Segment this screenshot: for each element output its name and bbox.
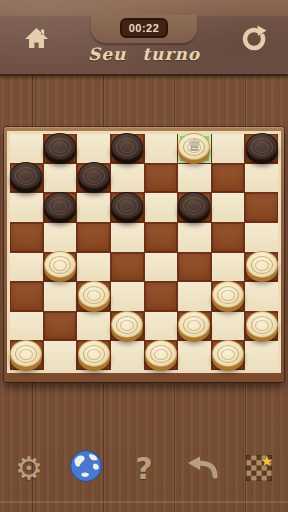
- square-r3c6[interactable]: [178, 193, 211, 222]
- square-r6c5[interactable]: [145, 282, 178, 311]
- square-r6c4: [111, 282, 144, 311]
- square-r6c7[interactable]: [212, 282, 245, 311]
- square-r5c7: [212, 253, 245, 282]
- light-piece[interactable]: [178, 311, 210, 338]
- floor-highlight-line: [0, 501, 288, 503]
- square-r4c3[interactable]: [77, 223, 110, 252]
- square-r6c3[interactable]: [77, 282, 110, 311]
- square-r4c5[interactable]: [145, 223, 178, 252]
- square-r4c2: [44, 223, 77, 252]
- square-r2c5[interactable]: [145, 164, 178, 193]
- undo-button[interactable]: [180, 446, 224, 490]
- square-r7c7: [212, 312, 245, 341]
- square-r8c8: [245, 341, 278, 370]
- dark-piece[interactable]: [178, 192, 210, 219]
- square-r1c7: [212, 134, 245, 163]
- checkerboard-star-icon: ★: [246, 455, 272, 481]
- square-r5c1: [10, 253, 43, 282]
- status-text: Seu turno: [0, 44, 288, 64]
- dark-piece[interactable]: [246, 133, 278, 160]
- question-icon: ?: [135, 451, 152, 486]
- square-r4c6: [178, 223, 211, 252]
- king-crown-icon: ♕: [179, 134, 209, 159]
- light-piece[interactable]: [111, 311, 143, 338]
- square-r3c8[interactable]: [245, 193, 278, 222]
- square-r1c2[interactable]: [44, 134, 77, 163]
- dark-piece[interactable]: [44, 133, 76, 160]
- light-piece[interactable]: [246, 311, 278, 338]
- settings-button[interactable]: ⚙: [7, 446, 51, 490]
- checkers-board: ♕: [4, 127, 284, 382]
- dark-piece[interactable]: [111, 133, 143, 160]
- light-piece[interactable]: [78, 281, 110, 308]
- timer-tab: 00:22: [91, 15, 197, 43]
- light-piece[interactable]: [10, 340, 42, 367]
- square-r5c2[interactable]: [44, 253, 77, 282]
- timer: 00:22: [120, 18, 168, 38]
- square-r8c2: [44, 341, 77, 370]
- square-r4c1[interactable]: [10, 223, 43, 252]
- light-piece[interactable]: [212, 340, 244, 367]
- square-r6c6: [178, 282, 211, 311]
- square-r4c7[interactable]: [212, 223, 245, 252]
- dark-piece[interactable]: [78, 162, 110, 189]
- square-r1c1: [10, 134, 43, 163]
- square-r2c1[interactable]: [10, 164, 43, 193]
- square-r5c8[interactable]: [245, 253, 278, 282]
- bottom-toolbar: ⚙ ?: [0, 444, 288, 492]
- square-r3c5: [145, 193, 178, 222]
- square-r2c3[interactable]: [77, 164, 110, 193]
- square-r2c4: [111, 164, 144, 193]
- square-r1c8[interactable]: [245, 134, 278, 163]
- square-r6c2: [44, 282, 77, 311]
- language-button[interactable]: [64, 446, 108, 490]
- square-r3c4[interactable]: [111, 193, 144, 222]
- square-r8c3[interactable]: [77, 341, 110, 370]
- square-r5c4[interactable]: [111, 253, 144, 282]
- square-r1c4[interactable]: [111, 134, 144, 163]
- light-piece[interactable]: [246, 251, 278, 278]
- square-r7c5: [145, 312, 178, 341]
- new-game-button[interactable]: ★: [237, 446, 281, 490]
- square-r7c1: [10, 312, 43, 341]
- square-r6c1[interactable]: [10, 282, 43, 311]
- square-r1c5: [145, 134, 178, 163]
- square-r4c4: [111, 223, 144, 252]
- square-r7c4[interactable]: [111, 312, 144, 341]
- square-r5c5: [145, 253, 178, 282]
- square-r8c7[interactable]: [212, 341, 245, 370]
- square-r2c7[interactable]: [212, 164, 245, 193]
- gear-icon: ⚙: [15, 450, 43, 486]
- square-r7c6[interactable]: [178, 312, 211, 341]
- square-r2c8: [245, 164, 278, 193]
- square-r3c1: [10, 193, 43, 222]
- dark-piece[interactable]: [111, 192, 143, 219]
- square-r8c5[interactable]: [145, 341, 178, 370]
- undo-arrow-icon: [186, 453, 218, 483]
- square-r1c3: [77, 134, 110, 163]
- square-r6c8: [245, 282, 278, 311]
- square-r5c3: [77, 253, 110, 282]
- help-button[interactable]: ?: [122, 446, 166, 490]
- top-bar: 00:22 Seu turno: [0, 0, 288, 76]
- light-piece[interactable]: [44, 251, 76, 278]
- square-r3c7: [212, 193, 245, 222]
- light-piece[interactable]: [212, 281, 244, 308]
- square-r8c4: [111, 341, 144, 370]
- globe-icon: [68, 448, 104, 488]
- square-r5c6[interactable]: [178, 253, 211, 282]
- light-piece[interactable]: [78, 340, 110, 367]
- square-r7c2[interactable]: [44, 312, 77, 341]
- board-grid: ♕: [7, 131, 281, 373]
- dark-piece[interactable]: [44, 192, 76, 219]
- square-r2c6: [178, 164, 211, 193]
- star-icon: ★: [261, 453, 274, 469]
- square-r1c6[interactable]: ♕: [178, 134, 211, 163]
- dark-piece[interactable]: [10, 162, 42, 189]
- square-r7c3: [77, 312, 110, 341]
- square-r4c8: [245, 223, 278, 252]
- square-r8c6: [178, 341, 211, 370]
- square-r7c8[interactable]: [245, 312, 278, 341]
- light-king-piece[interactable]: ♕: [178, 133, 210, 160]
- light-piece[interactable]: [145, 340, 177, 367]
- square-r2c2: [44, 164, 77, 193]
- square-r8c1[interactable]: [10, 341, 43, 370]
- square-r3c2[interactable]: [44, 193, 77, 222]
- square-r3c3: [77, 193, 110, 222]
